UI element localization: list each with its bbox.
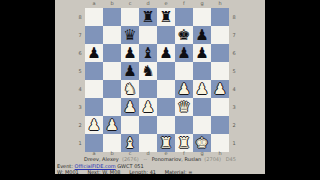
square-c2	[121, 116, 139, 134]
square-e6: ♟	[157, 44, 175, 62]
square-h7	[211, 26, 229, 44]
file-label-top-a: a	[85, 0, 103, 8]
rank-label-right-2: 2	[230, 122, 238, 129]
square-e7	[157, 26, 175, 44]
square-g4: ♟	[193, 80, 211, 98]
black-player-rating: (2704)	[204, 156, 221, 162]
square-a8	[85, 8, 103, 26]
black-rook-e8: ♜	[159, 8, 172, 26]
square-g7: ♟	[193, 26, 211, 44]
next-status: Next: W. M08	[87, 170, 120, 176]
rank-label-left-2: 2	[76, 122, 84, 129]
file-label-top-g: g	[193, 0, 211, 8]
square-b3	[103, 98, 121, 116]
square-e4	[157, 80, 175, 98]
square-h4: ♟	[211, 80, 229, 98]
square-a6: ♟	[85, 44, 103, 62]
length-status: Length: 41	[129, 170, 156, 176]
file-label-top-e: e	[157, 0, 175, 8]
rank-label-right-4: 4	[230, 86, 238, 93]
square-f8	[175, 8, 193, 26]
square-d6: ♝	[139, 44, 157, 62]
white-pawn-h4: ♟	[213, 80, 226, 98]
diagram-area: abcdefgh 87654321 ♜♜♛♚♟♟♟♝♟♟♟♟♞♞♟♟♟♟♟♛♟♟…	[55, 0, 265, 174]
square-f4: ♟	[175, 80, 193, 98]
square-c4: ♞	[121, 80, 139, 98]
rank-label-left-7: 7	[76, 32, 84, 39]
rank-label-left-8: 8	[76, 14, 84, 21]
square-b7	[103, 26, 121, 44]
rank-label-right-8: 8	[230, 14, 238, 21]
square-a5	[85, 62, 103, 80]
square-d7	[139, 26, 157, 44]
square-b6	[103, 44, 121, 62]
file-label-top-d: d	[139, 0, 157, 8]
black-player-name: Ponomariov, Ruslan	[152, 156, 201, 162]
square-d3: ♟	[139, 98, 157, 116]
square-h8	[211, 8, 229, 26]
black-rook-d8: ♜	[141, 8, 154, 26]
square-h5	[211, 62, 229, 80]
event-rest: GWCT 051	[117, 163, 144, 169]
square-d8: ♜	[139, 8, 157, 26]
black-pawn-g7: ♟	[195, 26, 208, 44]
square-a3	[85, 98, 103, 116]
square-e5	[157, 62, 175, 80]
chess-board: ♜♜♛♚♟♟♟♝♟♟♟♟♞♞♟♟♟♟♟♛♟♟♝♜♜♚	[85, 8, 229, 152]
black-pawn-g6: ♟	[195, 44, 208, 62]
square-f6: ♟	[175, 44, 193, 62]
rank-label-right-5: 5	[230, 68, 238, 75]
square-f5	[175, 62, 193, 80]
square-b8	[103, 8, 121, 26]
square-c8	[121, 8, 139, 26]
white-pawn-g4: ♟	[195, 80, 208, 98]
black-pawn-a6: ♟	[87, 44, 100, 62]
white-player-name: Dreev, Alexey	[84, 156, 119, 162]
event-label: Event:	[57, 163, 73, 169]
black-pawn-c5: ♟	[123, 62, 136, 80]
black-queen-c7: ♛	[123, 26, 136, 44]
square-g5	[193, 62, 211, 80]
square-h6	[211, 44, 229, 62]
white-pawn-d3: ♟	[141, 98, 154, 116]
rank-label-left-1: 1	[76, 140, 84, 147]
game-info: Dreev, Alexey (2676) -- Ponomariov, Rusl…	[55, 157, 265, 176]
rank-label-right-7: 7	[230, 32, 238, 39]
square-a2: ♟	[85, 116, 103, 134]
players-separator: --	[143, 156, 147, 162]
file-label-top-f: f	[175, 0, 193, 8]
square-h2	[211, 116, 229, 134]
status-line: W: M001 Next: W. M08 Length: 41 Material…	[55, 170, 265, 176]
black-pawn-c6: ♟	[123, 44, 136, 62]
square-f2	[175, 116, 193, 134]
rank-label-left-6: 6	[76, 50, 84, 57]
rank-label-left-4: 4	[76, 86, 84, 93]
square-b2: ♟	[103, 116, 121, 134]
black-king-f7: ♚	[177, 26, 190, 44]
black-pawn-f6: ♟	[177, 44, 190, 62]
square-b5	[103, 62, 121, 80]
square-e3	[157, 98, 175, 116]
white-pawn-b2: ♟	[105, 116, 118, 134]
rank-label-left-5: 5	[76, 68, 84, 75]
black-bishop-d6: ♝	[141, 44, 154, 62]
white-queen-f3: ♛	[177, 98, 190, 116]
rank-labels-right: 87654321	[230, 8, 238, 152]
square-c5: ♟	[121, 62, 139, 80]
square-g3	[193, 98, 211, 116]
square-b4	[103, 80, 121, 98]
white-player-rating: (2676)	[122, 156, 139, 162]
move-status: W: M001	[57, 170, 79, 176]
material-status: Material: =	[165, 170, 193, 176]
rank-label-right-6: 6	[230, 50, 238, 57]
rank-labels-left: 87654321	[76, 8, 84, 152]
square-d5: ♞	[139, 62, 157, 80]
square-f7: ♚	[175, 26, 193, 44]
square-g2	[193, 116, 211, 134]
square-c6: ♟	[121, 44, 139, 62]
white-pawn-c3: ♟	[123, 98, 136, 116]
square-e2	[157, 116, 175, 134]
square-g8	[193, 8, 211, 26]
square-d2	[139, 116, 157, 134]
rank-label-left-3: 3	[76, 104, 84, 111]
file-label-top-b: b	[103, 0, 121, 8]
square-a4	[85, 80, 103, 98]
file-label-top-h: h	[211, 0, 229, 8]
white-pawn-f4: ♟	[177, 80, 190, 98]
eco-code: D45	[226, 156, 236, 162]
black-pawn-e6: ♟	[159, 44, 172, 62]
white-knight-c4: ♞	[123, 80, 136, 98]
rank-label-right-3: 3	[230, 104, 238, 111]
square-c3: ♟	[121, 98, 139, 116]
rank-label-right-1: 1	[230, 140, 238, 147]
square-d4	[139, 80, 157, 98]
file-labels-top: abcdefgh	[85, 0, 229, 8]
file-label-top-c: c	[121, 0, 139, 8]
square-c7: ♛	[121, 26, 139, 44]
black-knight-d5: ♞	[141, 62, 154, 80]
square-g6: ♟	[193, 44, 211, 62]
square-f3: ♛	[175, 98, 193, 116]
square-a7	[85, 26, 103, 44]
square-h3	[211, 98, 229, 116]
event-link: OfficialFIDE.com	[75, 163, 116, 169]
white-pawn-a2: ♟	[87, 116, 100, 134]
square-e8: ♜	[157, 8, 175, 26]
video-frame: abcdefgh 87654321 ♜♜♛♚♟♟♟♝♟♟♟♟♞♞♟♟♟♟♟♛♟♟…	[0, 0, 320, 180]
